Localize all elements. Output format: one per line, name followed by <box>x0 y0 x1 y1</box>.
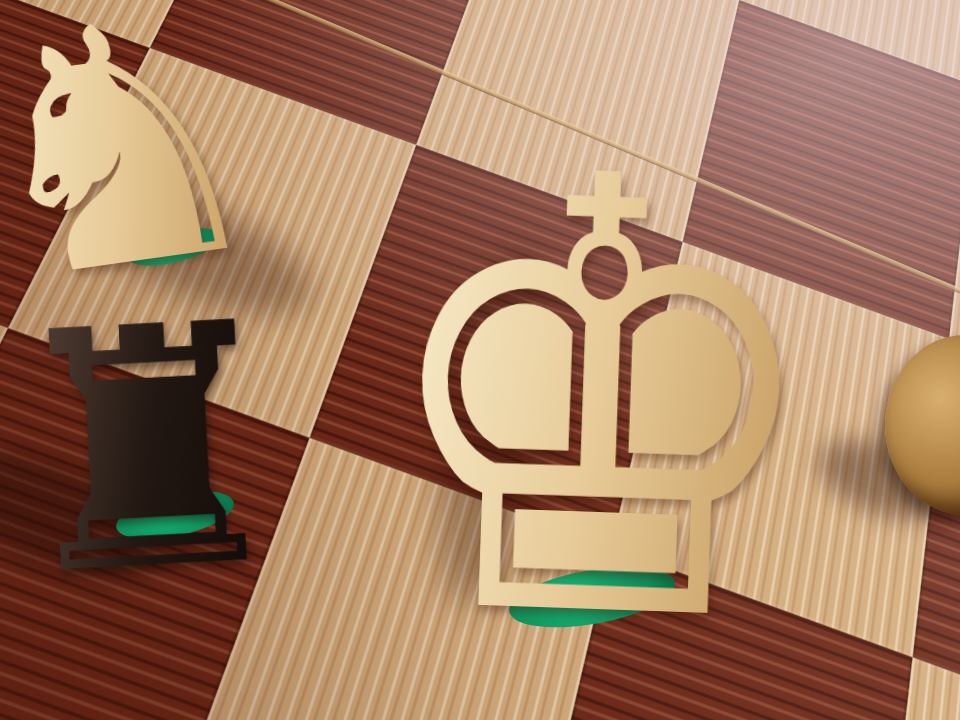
chessboard-photo-scene: ♞ ♜ ♚ <box>0 0 960 720</box>
black-rook-glyph: ♜ <box>0 277 304 622</box>
white-king[interactable]: ♚ <box>321 93 880 711</box>
black-rook[interactable]: ♜ <box>0 277 304 622</box>
white-king-glyph: ♚ <box>361 94 839 710</box>
